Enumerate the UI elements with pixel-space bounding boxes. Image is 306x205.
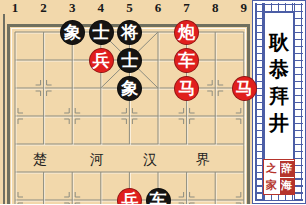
title-panel: 耿恭拜井 之家 辞海 — [252, 0, 306, 204]
seal-char: 海 — [280, 178, 294, 194]
column-label: 8 — [212, 0, 219, 15]
column-label: 4 — [98, 0, 105, 15]
title-char: 井 — [269, 113, 289, 134]
publisher-seal: 之家 辞海 — [263, 159, 295, 195]
piece-red-兵[interactable]: 兵 — [117, 188, 142, 205]
xiangqi-board: 象士将炮兵士车象马马兵车 — [1, 18, 258, 204]
piece-black-士[interactable]: 士 — [89, 20, 114, 45]
seal-left-column: 之家 — [264, 160, 279, 194]
diagram-title: 耿恭拜井 — [253, 32, 305, 134]
column-label: 6 — [155, 0, 162, 15]
title-char: 拜 — [269, 86, 289, 107]
column-label: 5 — [126, 0, 133, 15]
seal-char: 家 — [264, 177, 279, 194]
seal-right-column: 辞海 — [279, 160, 294, 194]
seal-char: 辞 — [280, 161, 294, 177]
piece-red-车[interactable]: 车 — [174, 48, 199, 73]
meander-border-top — [264, 3, 294, 13]
column-label: 7 — [183, 0, 190, 15]
piece-black-士[interactable]: 士 — [117, 48, 142, 73]
piece-black-象[interactable]: 象 — [117, 76, 142, 101]
title-char: 耿 — [269, 32, 289, 53]
seal-char: 之 — [264, 160, 279, 177]
piece-black-将[interactable]: 将 — [117, 20, 142, 45]
piece-black-车[interactable]: 车 — [146, 188, 171, 205]
title-char: 恭 — [269, 59, 289, 80]
column-label: 3 — [69, 0, 76, 15]
piece-red-炮[interactable]: 炮 — [174, 20, 199, 45]
piece-red-马[interactable]: 马 — [174, 76, 199, 101]
column-label: 9 — [241, 0, 248, 15]
column-label: 1 — [12, 0, 19, 15]
column-label: 2 — [40, 0, 47, 15]
piece-red-马[interactable]: 马 — [232, 76, 257, 101]
piece-black-象[interactable]: 象 — [60, 20, 85, 45]
piece-red-兵[interactable]: 兵 — [89, 48, 114, 73]
xiangqi-diagram: 123456789 楚河汉界 象士将炮兵士车象马马兵车 耿恭拜井 之家 辞海 — [0, 0, 306, 204]
